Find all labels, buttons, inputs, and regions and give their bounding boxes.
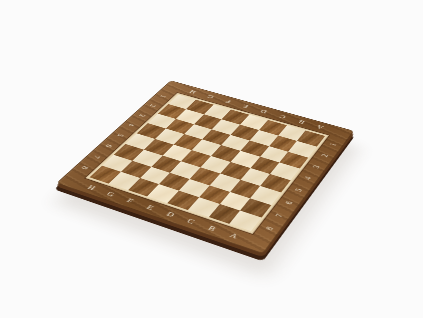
chess-board: HGFEDCBA HGFEDCBA 12345678 12345678 — [56, 80, 354, 254]
board-inner-border — [85, 93, 329, 234]
board-squares — [90, 95, 326, 231]
product-photo: HGFEDCBA HGFEDCBA 12345678 12345678 — [0, 0, 423, 318]
